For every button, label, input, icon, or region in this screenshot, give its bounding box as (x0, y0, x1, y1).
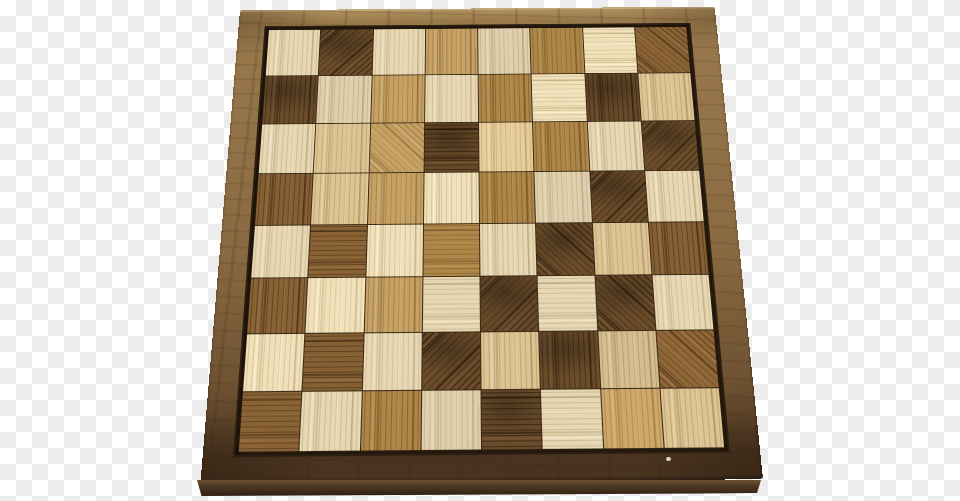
chessboard (200, 7, 763, 485)
photo-scene (0, 0, 960, 501)
board-square-r8c1 (239, 392, 302, 452)
board-square-r8c2 (300, 391, 362, 451)
board-square-r8c4 (421, 390, 481, 450)
board-square-r5c1 (251, 225, 310, 278)
board-square-r6c6 (538, 276, 597, 331)
board-square-r4c7 (590, 171, 648, 222)
board-square-r8c6 (541, 389, 602, 449)
board-square-r3c1 (259, 124, 316, 173)
board-square-r6c5 (480, 277, 538, 332)
board-square-r4c2 (311, 173, 368, 224)
board-square-r7c4 (422, 333, 481, 390)
board-square-r5c6 (536, 223, 594, 276)
board-square-r4c6 (535, 171, 592, 222)
board-square-r2c1 (262, 76, 318, 123)
board-square-r3c5 (479, 122, 534, 171)
board-square-r6c1 (247, 278, 307, 333)
board-square-r8c7 (601, 389, 664, 449)
board-square-r1c3 (372, 29, 425, 75)
dust-speck (666, 457, 671, 461)
board-square-r1c2 (319, 29, 373, 75)
board-square-r1c5 (478, 28, 531, 74)
board-square-r6c4 (423, 277, 480, 332)
board-square-r1c8 (635, 27, 690, 73)
board-square-r3c8 (641, 121, 699, 170)
board-square-r7c3 (362, 333, 421, 390)
board-square-r5c8 (649, 222, 709, 275)
board-square-r2c5 (479, 74, 533, 121)
board-square-r6c7 (595, 276, 655, 331)
board-square-r5c7 (592, 222, 651, 275)
board-square-r8c5 (482, 390, 542, 450)
board-square-r2c2 (316, 76, 371, 123)
board-square-r3c4 (424, 123, 478, 172)
board-frame (200, 7, 763, 485)
board-square-r2c7 (585, 73, 640, 120)
board-square-r1c1 (266, 30, 321, 76)
board-square-r1c4 (425, 29, 477, 75)
board-square-r7c2 (303, 334, 363, 391)
board-square-r7c6 (539, 332, 599, 389)
board-square-r4c8 (645, 170, 704, 221)
board-front-edge (197, 480, 761, 496)
board-square-r4c5 (479, 172, 535, 223)
board-square-r4c1 (255, 173, 313, 224)
board-square-r6c3 (364, 278, 422, 333)
board-square-r1c6 (530, 28, 584, 74)
board-square-r5c2 (309, 225, 367, 278)
board-square-r5c4 (423, 224, 479, 277)
board-square-r4c3 (368, 173, 424, 224)
board-square-r7c7 (598, 331, 659, 388)
board-square-r5c3 (366, 224, 423, 277)
board-square-r7c8 (656, 331, 718, 388)
board-square-r1c7 (583, 27, 637, 73)
board-grid (235, 25, 727, 455)
board-square-r7c1 (243, 334, 305, 391)
board-square-r3c2 (314, 123, 370, 172)
board-square-r8c8 (660, 388, 724, 448)
board-square-r6c8 (652, 275, 713, 330)
board-square-r5c5 (480, 223, 537, 276)
board-square-r2c6 (532, 74, 587, 121)
board-square-r2c8 (638, 73, 694, 120)
board-square-r8c3 (360, 391, 420, 451)
board-square-r7c5 (481, 332, 540, 389)
board-square-r4c4 (424, 172, 479, 223)
board-square-r3c7 (587, 121, 644, 170)
board-square-r6c2 (306, 278, 365, 333)
board-square-r2c3 (371, 75, 425, 122)
board-square-r3c3 (369, 123, 424, 172)
board-square-r3c6 (533, 122, 589, 171)
board-square-r2c4 (425, 75, 478, 122)
